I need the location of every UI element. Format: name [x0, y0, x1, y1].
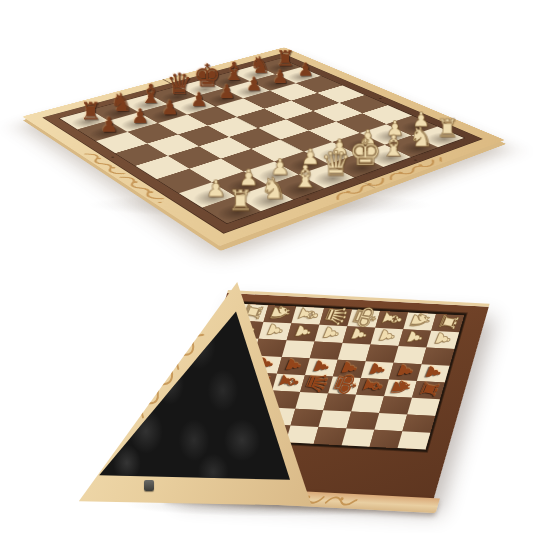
- screw-dot: [378, 98, 382, 99]
- piece-dark-pawn: ♟: [100, 115, 118, 135]
- metal-clasp: [144, 480, 154, 491]
- piece-light-pawn: ♟: [431, 329, 455, 348]
- screw-dot: [306, 198, 311, 200]
- piece-light-pawn: ♟: [347, 325, 371, 344]
- piece-light-rook: ♜: [228, 187, 253, 215]
- piece-light-pawn: ♟: [403, 328, 427, 347]
- piece-dark-pawn: ♟: [246, 75, 263, 94]
- open-chess-board: ♜♞♝♛♚♝♞♜♟♟♟♟♟♟♟♟♟♟♟♟♟♟♟♟♜♞♝♛♚♝♞♜: [22, 47, 505, 246]
- square: [96, 132, 147, 153]
- piece-dark-pawn: ♟: [131, 106, 149, 126]
- piece-dark-rook: ♜: [415, 378, 443, 400]
- felt-interior: [74, 282, 314, 508]
- piece-light-rook: ♜: [436, 116, 458, 141]
- piece-dark-rook: ♜: [80, 100, 101, 124]
- piece-light-pawn: ♟: [375, 326, 399, 345]
- square: [407, 398, 440, 416]
- piece-dark-king: ♚: [193, 60, 221, 92]
- square: [402, 415, 435, 433]
- square: ♟: [426, 331, 459, 349]
- open-board-view: ♜♞♝♛♚♝♞♜♟♟♟♟♟♟♟♟♟♟♟♟♟♟♟♟♜♞♝♛♚♝♞♜: [0, 0, 533, 260]
- square: [398, 431, 431, 449]
- square: [187, 106, 236, 125]
- piece-dark-pawn: ♟: [161, 98, 179, 118]
- piece-light-pawn: ♟: [320, 323, 344, 342]
- folded-board-view: ♜♞♝♛♚♝♞♜♟♟♟♟♟♟♟♟♟♟♟♟♟♟♟♟♜♞♝♛♚♝♞♜: [0, 258, 533, 533]
- walnut-border: ♜♞♝♛♚♝♞♜♟♟♟♟♟♟♟♟♟♟♟♟♟♟♟♟♜♞♝♛♚♝♞♜: [42, 53, 483, 233]
- piece-dark-pawn: ♟: [190, 90, 207, 109]
- piece-light-knight: ♞: [409, 123, 433, 150]
- piece-dark-pawn: ♟: [218, 82, 235, 101]
- piece-light-queen: ♛: [321, 147, 352, 181]
- piece-dark-pawn: ♟: [298, 60, 314, 78]
- piece-dark-bishop: ♝: [139, 81, 162, 107]
- piece-light-king: ♚: [349, 134, 382, 171]
- screw-dot: [413, 159, 418, 161]
- open-board-squares: ♜♞♝♛♚♝♞♜♟♟♟♟♟♟♟♟♟♟♟♟♟♟♟♟♜♞♝♛♚♝♞♜: [60, 59, 464, 224]
- square: ♜: [412, 381, 445, 399]
- piece-dark-pawn: ♟: [272, 67, 288, 85]
- open-board-scene: ♜♞♝♛♚♝♞♜♟♟♟♟♟♟♟♟♟♟♟♟♟♟♟♟♜♞♝♛♚♝♞♜: [0, 0, 533, 260]
- screw-dot: [111, 156, 115, 158]
- piece-dark-queen: ♛: [166, 70, 192, 99]
- piece-dark-knight: ♞: [110, 90, 133, 115]
- piece-light-knight: ♞: [260, 173, 287, 203]
- piece-light-pawn: ♟: [206, 177, 226, 200]
- felt-lined-lid-panel: [74, 282, 314, 508]
- piece-light-bishop: ♝: [381, 132, 407, 161]
- lid-light-wood-frame: [74, 282, 314, 508]
- chess-set-product-photo: ♜♞♝♛♚♝♞♜♟♟♟♟♟♟♟♟♟♟♟♟♟♟♟♟♜♞♝♛♚♝♞♜ ♜♞♝♛♚♝♞…: [0, 0, 533, 533]
- piece-light-bishop: ♝: [292, 161, 319, 191]
